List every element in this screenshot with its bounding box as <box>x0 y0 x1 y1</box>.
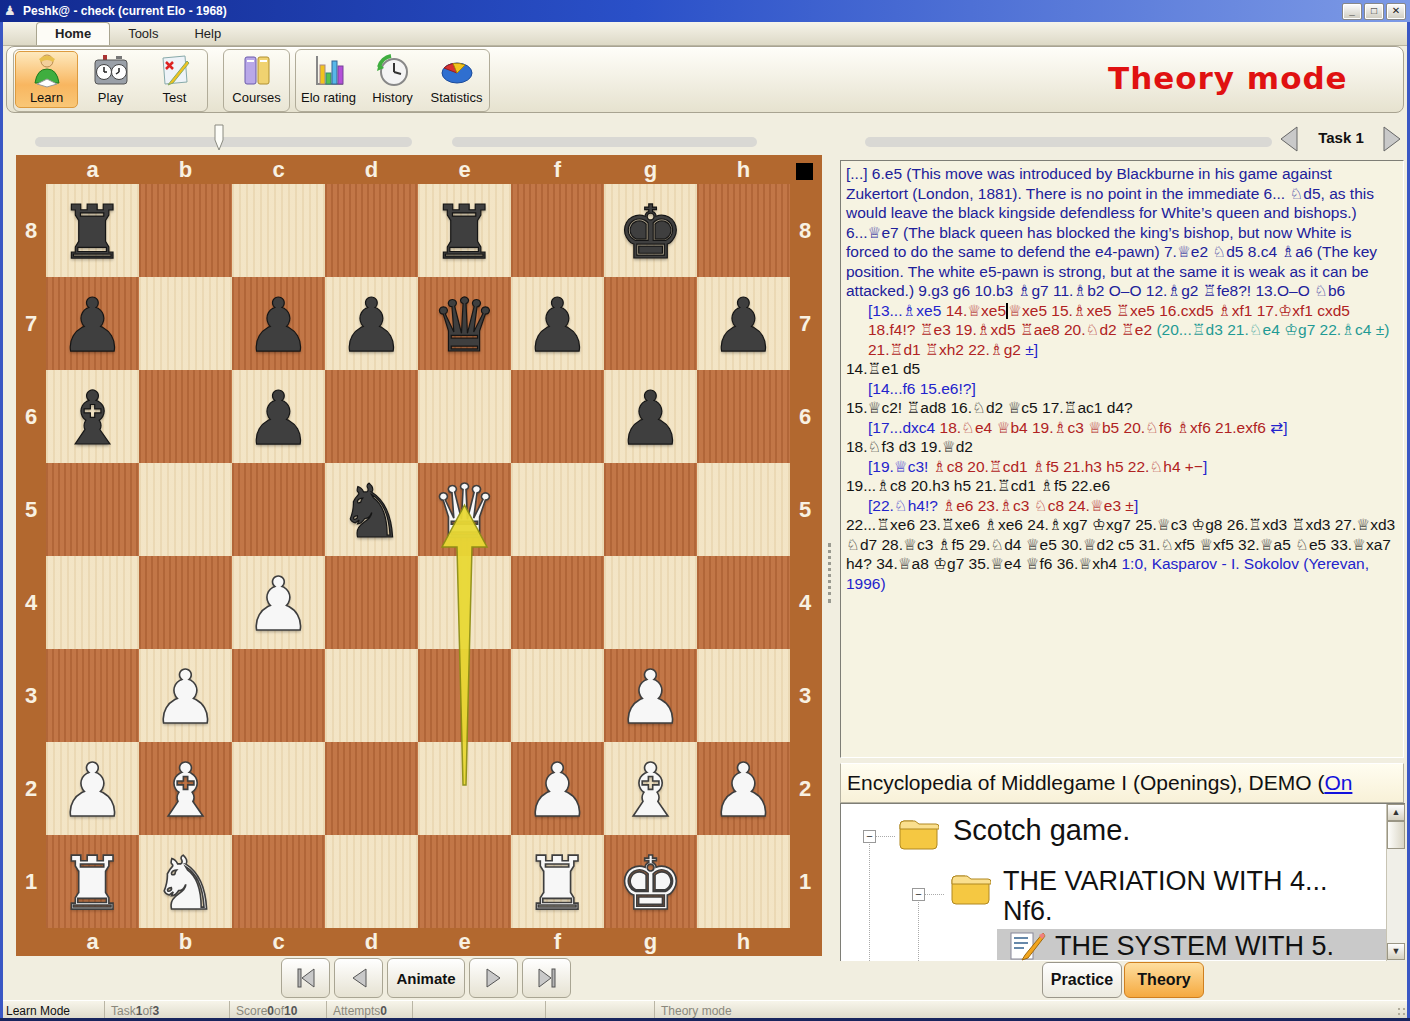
slider-track-middle[interactable] <box>452 137 757 147</box>
coordinate-label: b <box>139 155 232 184</box>
courses-label: Courses <box>232 90 280 105</box>
black-pawn[interactable]: ♟ <box>697 277 790 370</box>
square-h3[interactable] <box>697 649 790 742</box>
square-b6[interactable] <box>139 370 232 463</box>
coordinate-label: h <box>697 927 790 956</box>
coordinate-label: 8 <box>790 184 820 277</box>
coordinate-label: 2 <box>790 742 820 835</box>
move-navigation: Animate <box>281 958 571 998</box>
theory-line: 18.♘f3 d3 19.♕d2 <box>846 437 1398 457</box>
theory-line: [...] 6.e5 (This move was introduced by … <box>846 164 1398 301</box>
theory-text-panel[interactable]: [...] 6.e5 (This move was introduced by … <box>840 160 1404 758</box>
square-h2[interactable]: ♟ <box>697 742 790 835</box>
square-a5[interactable] <box>46 463 139 556</box>
white-rook[interactable]: ♜ <box>511 835 604 928</box>
white-pawn[interactable]: ♟ <box>604 649 697 742</box>
tree-item-variation-4nf6[interactable]: THE VARIATION WITH 4... Nf6. <box>1003 866 1353 926</box>
square-a8[interactable]: ♜ <box>46 184 139 277</box>
document-pencil-icon <box>1009 931 1047 961</box>
folder-icon <box>949 872 991 906</box>
square-b5[interactable] <box>139 463 232 556</box>
square-h5[interactable] <box>697 463 790 556</box>
square-h6[interactable] <box>697 370 790 463</box>
square-a1[interactable]: ♜ <box>46 835 139 928</box>
tab-help[interactable]: Help <box>176 23 239 45</box>
black-knight[interactable]: ♞ <box>325 463 418 556</box>
square-e7[interactable]: ♛ <box>418 277 511 370</box>
square-f3[interactable] <box>511 649 604 742</box>
coordinate-label: 3 <box>16 649 46 742</box>
courses-button[interactable]: Courses <box>225 51 288 108</box>
close-button[interactable]: ✕ <box>1386 3 1406 20</box>
black-bishop[interactable]: ♝ <box>46 370 139 463</box>
next-task-button[interactable] <box>1380 124 1404 154</box>
black-pawn[interactable]: ♟ <box>232 277 325 370</box>
tree-item-system-with-5[interactable]: THE SYSTEM WITH 5. <box>1055 931 1334 961</box>
black-pawn[interactable]: ♟ <box>325 277 418 370</box>
square-a6[interactable]: ♝ <box>46 370 139 463</box>
square-e1[interactable] <box>418 835 511 928</box>
rank-labels-right: 87654321 <box>790 184 820 928</box>
square-e6[interactable] <box>418 370 511 463</box>
black-pawn[interactable]: ♟ <box>232 370 325 463</box>
coordinate-label: c <box>232 927 325 956</box>
square-h1[interactable] <box>697 835 790 928</box>
first-move-button[interactable] <box>281 958 330 998</box>
square-d7[interactable]: ♟ <box>325 277 418 370</box>
square-b4[interactable] <box>139 556 232 649</box>
chess-board: abcdefgh abcdefgh 87654321 87654321 ♜♜♚♟… <box>16 155 822 956</box>
coordinate-label: 4 <box>16 556 46 649</box>
theory-mode-banner: Theory mode <box>1108 60 1348 96</box>
previous-task-button[interactable] <box>1277 124 1301 154</box>
test-icon <box>157 53 193 89</box>
square-b8[interactable] <box>139 184 232 277</box>
books-icon <box>240 53 274 89</box>
black-pawn[interactable]: ♟ <box>604 370 697 463</box>
square-g7[interactable] <box>604 277 697 370</box>
coordinate-label: f <box>511 155 604 184</box>
square-f6[interactable] <box>511 370 604 463</box>
square-c6[interactable]: ♟ <box>232 370 325 463</box>
square-b7[interactable] <box>139 277 232 370</box>
coordinate-label: f <box>511 927 604 956</box>
scroll-up-button[interactable]: ▲ <box>1387 804 1405 821</box>
coordinate-label: c <box>232 155 325 184</box>
coordinate-label: g <box>604 927 697 956</box>
square-a2[interactable]: ♟ <box>46 742 139 835</box>
theory-line: [22.♘h4!? ♗e6 23.♗c3 ♘c8 24.♕e3 ±] <box>846 496 1398 516</box>
square-e3[interactable] <box>418 649 511 742</box>
chess-clock-icon <box>93 53 129 89</box>
white-pawn[interactable]: ♟ <box>511 742 604 835</box>
black-rook[interactable]: ♜ <box>418 184 511 277</box>
theory-line: 15.♕c2! ♖ad8 16.♘d2 ♕c5 17.♖ac1 d4? <box>846 398 1398 418</box>
coordinate-label: e <box>418 155 511 184</box>
coordinate-label: 6 <box>790 370 820 463</box>
tab-tools[interactable]: Tools <box>110 23 176 45</box>
square-f7[interactable]: ♟ <box>511 277 604 370</box>
course-title-bar: Encyclopedia of Middlegame I (Openings),… <box>840 763 1404 803</box>
play-button[interactable]: Play <box>79 51 142 108</box>
side-to-move-indicator-black <box>796 163 813 180</box>
file-labels-bottom: abcdefgh <box>46 927 790 956</box>
history-label: History <box>372 90 412 105</box>
toolbar-group-courses: Courses <box>223 49 290 112</box>
title-bar: ♟ Peshk@ - check (current Elo - 1968) _ … <box>0 0 1410 22</box>
board-grid: ♜♜♚♟♟♟♛♟♟♝♟♟♞♛♟♟♟♟♝♟♝♟♜♞♜♚ <box>46 184 790 928</box>
coordinate-label: 7 <box>790 277 820 370</box>
last-move-button[interactable] <box>522 958 571 998</box>
square-d8[interactable] <box>325 184 418 277</box>
square-g2[interactable]: ♝ <box>604 742 697 835</box>
scroll-down-button[interactable]: ▼ <box>1387 943 1405 960</box>
square-c5[interactable] <box>232 463 325 556</box>
white-pawn[interactable]: ♟ <box>46 742 139 835</box>
square-g8[interactable]: ♚ <box>604 184 697 277</box>
white-bishop[interactable]: ♝ <box>139 742 232 835</box>
square-c3[interactable] <box>232 649 325 742</box>
theory-line: [14...f6 15.e6!?] <box>846 379 1398 399</box>
square-d1[interactable] <box>325 835 418 928</box>
square-c2[interactable] <box>232 742 325 835</box>
square-e8[interactable]: ♜ <box>418 184 511 277</box>
online-link[interactable]: On <box>1324 771 1352 795</box>
vertical-splitter-handle[interactable] <box>828 543 831 603</box>
menu-bar: Home Tools Help <box>0 22 1410 46</box>
square-d2[interactable] <box>325 742 418 835</box>
square-e2[interactable] <box>418 742 511 835</box>
elo-rating-label: Elo rating <box>301 90 356 105</box>
square-h4[interactable] <box>697 556 790 649</box>
tree-item-scotch-game[interactable]: Scotch game. <box>953 814 1130 847</box>
collapse-box-variation[interactable]: − <box>912 888 925 901</box>
square-a3[interactable] <box>46 649 139 742</box>
bar-chart-icon <box>311 53 347 89</box>
white-pawn[interactable]: ♟ <box>139 649 232 742</box>
app-icon: ♟ <box>4 4 18 18</box>
coordinate-label: 1 <box>790 835 820 928</box>
toolbar-group-learn: Learn Play Test <box>13 49 208 112</box>
square-f5[interactable] <box>511 463 604 556</box>
square-g1[interactable]: ♚ <box>604 835 697 928</box>
theory-line: 22...♖xe6 23.♖xe6 ♗xe6 24.♗xg7 ♔xg7 25.♕… <box>846 515 1398 593</box>
theory-line: [17...dxc4 18.♘e4 ♕b4 19.♗c3 ♕b5 20.♘f6 … <box>846 418 1398 438</box>
theory-line: 14.♖e1 d5 <box>846 359 1398 379</box>
tab-home[interactable]: Home <box>36 22 110 45</box>
white-rook[interactable]: ♜ <box>46 835 139 928</box>
learn-button[interactable]: Learn <box>15 51 78 108</box>
black-king[interactable]: ♚ <box>604 184 697 277</box>
square-d3[interactable] <box>325 649 418 742</box>
white-bishop[interactable]: ♝ <box>604 742 697 835</box>
black-pawn[interactable]: ♟ <box>46 277 139 370</box>
statistics-label: Statistics <box>430 90 482 105</box>
test-button[interactable]: Test <box>143 51 206 108</box>
coordinate-label: a <box>46 927 139 956</box>
next-move-button[interactable] <box>469 958 518 998</box>
rank-labels-left: 87654321 <box>16 184 46 928</box>
coordinate-label: a <box>46 155 139 184</box>
minimize-button[interactable]: _ <box>1342 3 1362 20</box>
coordinate-label: d <box>325 155 418 184</box>
animate-button[interactable]: Animate <box>387 958 465 998</box>
scrollbar-thumb[interactable] <box>1387 821 1405 849</box>
square-c4[interactable]: ♟ <box>232 556 325 649</box>
coordinate-label: 2 <box>16 742 46 835</box>
play-label: Play <box>98 90 123 105</box>
tree-scrollbar[interactable]: ▲ ▼ <box>1386 804 1405 961</box>
white-knight[interactable]: ♞ <box>139 835 232 928</box>
window-title: Peshk@ - check (current Elo - 1968) <box>23 4 227 18</box>
statistics-button[interactable]: Statistics <box>425 51 488 108</box>
square-d6[interactable] <box>325 370 418 463</box>
square-b3[interactable]: ♟ <box>139 649 232 742</box>
coordinate-label: e <box>418 927 511 956</box>
status-bar: Learn Mode Task 1 of 3 Score 0 of 10 Att… <box>0 1000 1410 1020</box>
elo-rating-button[interactable]: Elo rating <box>297 51 360 108</box>
white-pawn[interactable]: ♟ <box>232 556 325 649</box>
theory-line: [13...♗xe5 14.♕xe5♕xe5 15.♗xe5 ♖xe5 16.c… <box>846 301 1398 360</box>
square-a4[interactable] <box>46 556 139 649</box>
square-b1[interactable]: ♞ <box>139 835 232 928</box>
coordinate-label: 7 <box>16 277 46 370</box>
black-queen[interactable]: ♛ <box>418 277 511 370</box>
coordinate-label: b <box>139 927 232 956</box>
square-h8[interactable] <box>697 184 790 277</box>
slider-track-right[interactable] <box>865 137 1272 147</box>
file-labels-top: abcdefgh <box>46 155 790 184</box>
toolbar-group-stats: Elo rating History Statistics <box>295 49 490 112</box>
square-g4[interactable] <box>604 556 697 649</box>
theory-button[interactable]: Theory <box>1124 962 1204 998</box>
square-h7[interactable]: ♟ <box>697 277 790 370</box>
clock-history-icon <box>375 53 411 89</box>
folder-icon <box>897 817 939 851</box>
coordinate-label: 5 <box>16 463 46 556</box>
square-a7[interactable]: ♟ <box>46 277 139 370</box>
black-rook[interactable]: ♜ <box>46 184 139 277</box>
coordinate-label: g <box>604 155 697 184</box>
collapse-box-scotch[interactable]: − <box>863 830 876 843</box>
previous-move-button[interactable] <box>334 958 383 998</box>
window-edge <box>0 22 3 1019</box>
square-c1[interactable] <box>232 835 325 928</box>
course-title: Encyclopedia of Middlegame I (Openings),… <box>847 771 1324 795</box>
coordinate-label: 3 <box>790 649 820 742</box>
test-label: Test <box>163 90 187 105</box>
coordinate-label: h <box>697 155 790 184</box>
slider-thumb[interactable] <box>211 124 227 156</box>
history-button[interactable]: History <box>361 51 424 108</box>
square-g3[interactable]: ♟ <box>604 649 697 742</box>
square-b2[interactable]: ♝ <box>139 742 232 835</box>
square-f4[interactable] <box>511 556 604 649</box>
square-f1[interactable]: ♜ <box>511 835 604 928</box>
maximize-button[interactable]: □ <box>1364 3 1384 20</box>
coordinate-label: 5 <box>790 463 820 556</box>
square-f8[interactable] <box>511 184 604 277</box>
coordinate-label: d <box>325 927 418 956</box>
pie-chart-icon <box>438 53 476 89</box>
square-c8[interactable] <box>232 184 325 277</box>
learn-label: Learn <box>30 90 63 105</box>
square-c7[interactable]: ♟ <box>232 277 325 370</box>
coordinate-label: 4 <box>790 556 820 649</box>
square-d5[interactable]: ♞ <box>325 463 418 556</box>
coordinate-label: 8 <box>16 184 46 277</box>
white-queen[interactable]: ♛ <box>418 463 511 556</box>
theory-line: 19...♗c8 20.h3 h5 21.♖cd1 ♗f5 22.e6 <box>846 476 1398 496</box>
coordinate-label: 6 <box>16 370 46 463</box>
practice-button[interactable]: Practice <box>1042 962 1122 998</box>
white-pawn[interactable]: ♟ <box>697 742 790 835</box>
square-d4[interactable] <box>325 556 418 649</box>
square-g6[interactable]: ♟ <box>604 370 697 463</box>
theory-line: [19.♕c3! ♗c8 20.♖cd1 ♗f5 21.h3 h5 22.♘h4… <box>846 457 1398 477</box>
square-g5[interactable] <box>604 463 697 556</box>
black-pawn[interactable]: ♟ <box>511 277 604 370</box>
task-label: Task 1 <box>1306 129 1376 146</box>
learn-icon <box>30 53 64 89</box>
coordinate-label: 1 <box>16 835 46 928</box>
white-king[interactable]: ♚ <box>604 835 697 928</box>
square-f2[interactable]: ♟ <box>511 742 604 835</box>
square-e5[interactable]: ♛ <box>418 463 511 556</box>
square-e4[interactable] <box>418 556 511 649</box>
contents-tree: − − Scotch game. THE VARIATION WITH 4...… <box>840 803 1405 961</box>
